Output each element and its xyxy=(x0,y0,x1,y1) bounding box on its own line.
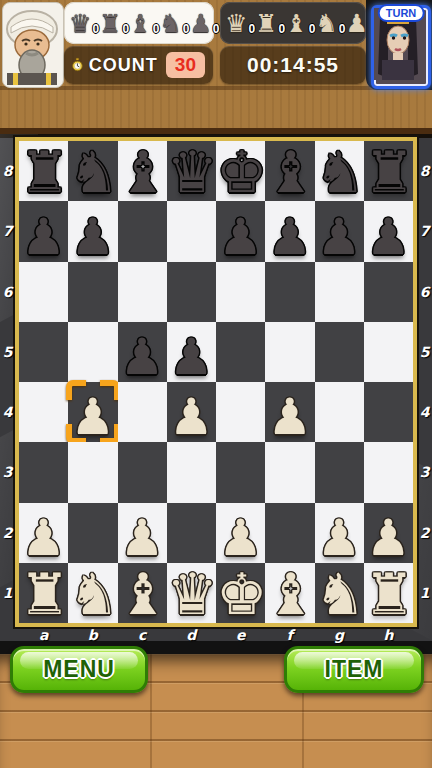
square-a6[interactable] xyxy=(19,262,68,322)
file-labels: abcdefgh xyxy=(19,627,413,643)
square-d1[interactable]: ♛ xyxy=(167,563,216,623)
square-d3[interactable] xyxy=(167,442,216,502)
item-button-label: ITEM xyxy=(325,656,384,683)
square-f4[interactable]: ♟ xyxy=(265,382,314,442)
square-d5[interactable]: ♟ xyxy=(167,322,216,382)
captured-bishop-count: 0 xyxy=(309,22,316,36)
square-a7[interactable]: ♟ xyxy=(19,201,68,261)
square-h8[interactable]: ♜ xyxy=(364,141,413,201)
square-e7[interactable]: ♟ xyxy=(216,201,265,261)
piece-black-rook[interactable]: ♜ xyxy=(364,144,413,201)
file-label-c: c xyxy=(118,627,167,643)
square-c8[interactable]: ♝ xyxy=(118,141,167,201)
square-f3[interactable] xyxy=(265,442,314,502)
file-label-g: g xyxy=(315,627,364,643)
captured-queen-counter: ♛0 xyxy=(225,11,255,36)
square-h4[interactable] xyxy=(364,382,413,442)
piece-white-rook[interactable]: ♜ xyxy=(19,566,68,623)
square-g6[interactable] xyxy=(315,262,364,322)
chess-game-screen: ♜♞♝♛♚♝♞♜♟♟♟♟♟♟♟♟♟♟♟♟♟♟♟♟♜♞♝♛♚♝♞♜ 8765432… xyxy=(0,0,432,768)
captured-rook-counter: ♜0 xyxy=(99,11,129,36)
square-b6[interactable] xyxy=(68,262,117,322)
captured-knight-count: 0 xyxy=(183,22,190,36)
queen-icon: ♛ xyxy=(69,11,91,36)
piece-black-rook[interactable]: ♜ xyxy=(19,144,68,201)
square-h2[interactable]: ♟ xyxy=(364,503,413,563)
square-f8[interactable]: ♝ xyxy=(265,141,314,201)
rank-label-3: 3 xyxy=(0,442,15,502)
piece-white-pawn[interactable]: ♟ xyxy=(19,513,68,563)
knight-icon: ♞ xyxy=(315,11,337,36)
rank-label-5: 5 xyxy=(0,322,15,382)
file-label-e: e xyxy=(216,627,265,643)
file-label-b: b xyxy=(68,627,117,643)
rank-label-2: 2 xyxy=(417,503,432,563)
square-e6[interactable] xyxy=(216,262,265,322)
piece-white-rook[interactable]: ♜ xyxy=(364,566,413,623)
piece-black-pawn[interactable]: ♟ xyxy=(167,332,216,382)
rank-label-5: 5 xyxy=(417,322,432,382)
captured-knight-count: 0 xyxy=(339,22,346,36)
highlight-corner xyxy=(100,424,120,444)
bishop-icon: ♝ xyxy=(129,11,151,36)
square-b7[interactable]: ♟ xyxy=(68,201,117,261)
file-label-f: f xyxy=(265,627,314,643)
count-label: COUNT xyxy=(89,55,158,76)
square-c3[interactable] xyxy=(118,442,167,502)
square-g5[interactable] xyxy=(315,322,364,382)
square-a3[interactable] xyxy=(19,442,68,502)
piece-white-queen[interactable]: ♛ xyxy=(167,566,216,623)
turn-badge: TURN xyxy=(378,4,425,22)
piece-black-pawn[interactable]: ♟ xyxy=(19,212,68,262)
rank-label-4: 4 xyxy=(0,382,15,442)
piece-white-pawn[interactable]: ♟ xyxy=(167,392,216,442)
black-player-panel: TURN xyxy=(366,0,432,90)
captured-black-pieces-tray: ♛0♜0♝0♞0♟0 xyxy=(64,2,214,44)
piece-black-knight[interactable]: ♞ xyxy=(68,144,117,201)
piece-black-knight[interactable]: ♞ xyxy=(315,144,364,201)
square-e5[interactable] xyxy=(216,322,265,382)
square-h5[interactable] xyxy=(364,322,413,382)
piece-white-pawn[interactable]: ♟ xyxy=(315,513,364,563)
highlight-corner xyxy=(100,380,120,400)
square-c6[interactable] xyxy=(118,262,167,322)
square-f2[interactable] xyxy=(265,503,314,563)
queen-icon: ♛ xyxy=(225,11,247,36)
square-e2[interactable]: ♟ xyxy=(216,503,265,563)
rank-labels-right: 87654321 xyxy=(417,141,432,623)
rank-label-7: 7 xyxy=(0,201,15,261)
captured-queen-count: 0 xyxy=(248,22,255,36)
menu-button-label: MENU xyxy=(43,656,115,683)
piece-white-bishop[interactable]: ♝ xyxy=(118,566,167,623)
file-label-d: d xyxy=(167,627,216,643)
square-a8[interactable]: ♜ xyxy=(19,141,68,201)
piece-black-bishop[interactable]: ♝ xyxy=(118,144,167,201)
square-d8[interactable]: ♛ xyxy=(167,141,216,201)
captured-rook-count: 0 xyxy=(279,22,286,36)
square-b1[interactable]: ♞ xyxy=(68,563,117,623)
square-e8[interactable]: ♚ xyxy=(216,141,265,201)
knight-icon: ♞ xyxy=(159,11,181,36)
square-d2[interactable] xyxy=(167,503,216,563)
square-f5[interactable] xyxy=(265,322,314,382)
square-g3[interactable] xyxy=(315,442,364,502)
square-d6[interactable] xyxy=(167,262,216,322)
square-g2[interactable]: ♟ xyxy=(315,503,364,563)
rank-label-7: 7 xyxy=(417,201,432,261)
square-d7[interactable] xyxy=(167,201,216,261)
square-g4[interactable] xyxy=(315,382,364,442)
stopwatch-icon xyxy=(72,50,83,80)
square-g1[interactable]: ♞ xyxy=(315,563,364,623)
square-d4[interactable]: ♟ xyxy=(167,382,216,442)
count-chip: 30 xyxy=(166,52,205,78)
selected-square-highlight xyxy=(66,380,119,444)
file-label-a: a xyxy=(19,627,68,643)
piece-black-pawn[interactable]: ♟ xyxy=(265,212,314,262)
piece-black-pawn[interactable]: ♟ xyxy=(364,212,413,262)
square-f1[interactable]: ♝ xyxy=(265,563,314,623)
square-g7[interactable]: ♟ xyxy=(315,201,364,261)
move-count-panel: COUNT 30 xyxy=(64,46,213,84)
item-button[interactable]: ITEM xyxy=(284,646,424,693)
piece-black-queen[interactable]: ♛ xyxy=(167,144,216,201)
square-a2[interactable]: ♟ xyxy=(19,503,68,563)
square-h7[interactable]: ♟ xyxy=(364,201,413,261)
pawn-icon: ♟ xyxy=(345,11,367,36)
game-clock-panel: 00:14:55 xyxy=(220,46,366,84)
rank-label-4: 4 xyxy=(417,382,432,442)
square-h6[interactable] xyxy=(364,262,413,322)
square-e4[interactable] xyxy=(216,382,265,442)
rank-label-1: 1 xyxy=(417,563,432,623)
square-a5[interactable] xyxy=(19,322,68,382)
square-g8[interactable]: ♞ xyxy=(315,141,364,201)
piece-white-knight[interactable]: ♞ xyxy=(68,566,117,623)
chess-board[interactable]: ♜♞♝♛♚♝♞♜♟♟♟♟♟♟♟♟♟♟♟♟♟♟♟♟♜♞♝♛♚♝♞♜ xyxy=(19,141,413,623)
captured-knight-counter: ♞0 xyxy=(315,11,345,36)
piece-white-pawn[interactable]: ♟ xyxy=(364,513,413,563)
piece-white-pawn[interactable]: ♟ xyxy=(216,513,265,563)
rank-label-2: 2 xyxy=(0,503,15,563)
pawn-icon: ♟ xyxy=(189,11,211,36)
rank-label-6: 6 xyxy=(417,262,432,322)
captured-rook-counter: ♜0 xyxy=(255,11,285,36)
square-c5[interactable]: ♟ xyxy=(118,322,167,382)
rook-icon: ♜ xyxy=(99,11,121,36)
piece-black-pawn[interactable]: ♟ xyxy=(216,212,265,262)
rank-label-8: 8 xyxy=(0,141,15,201)
captured-queen-counter: ♛0 xyxy=(69,11,99,36)
square-b5[interactable] xyxy=(68,322,117,382)
square-c1[interactable]: ♝ xyxy=(118,563,167,623)
square-c7[interactable] xyxy=(118,201,167,261)
piece-white-king[interactable]: ♚ xyxy=(216,566,265,623)
captured-bishop-counter: ♝0 xyxy=(129,11,159,36)
white-player-avatar[interactable] xyxy=(2,2,64,88)
captured-pawn-counter: ♟0 xyxy=(189,11,219,36)
square-b8[interactable]: ♞ xyxy=(68,141,117,201)
square-a1[interactable]: ♜ xyxy=(19,563,68,623)
square-b4[interactable]: ♟ xyxy=(68,382,117,442)
piece-white-bishop[interactable]: ♝ xyxy=(265,566,314,623)
square-a4[interactable] xyxy=(19,382,68,442)
piece-black-king[interactable]: ♚ xyxy=(216,144,265,201)
captured-knight-counter: ♞0 xyxy=(159,11,189,36)
square-h1[interactable]: ♜ xyxy=(364,563,413,623)
captured-rook-count: 0 xyxy=(123,22,130,36)
square-b3[interactable] xyxy=(68,442,117,502)
captured-bishop-count: 0 xyxy=(153,22,160,36)
square-c2[interactable]: ♟ xyxy=(118,503,167,563)
count-value: 30 xyxy=(175,54,196,75)
square-e3[interactable] xyxy=(216,442,265,502)
captured-pawn-count: 0 xyxy=(213,22,220,36)
highlight-corner xyxy=(66,424,86,444)
captured-queen-count: 0 xyxy=(92,22,99,36)
file-label-h: h xyxy=(364,627,413,643)
piece-black-pawn[interactable]: ♟ xyxy=(68,212,117,262)
rank-label-1: 1 xyxy=(0,563,15,623)
black-player-avatar[interactable]: TURN xyxy=(371,5,431,89)
square-f7[interactable]: ♟ xyxy=(265,201,314,261)
rank-label-6: 6 xyxy=(0,262,15,322)
square-c4[interactable] xyxy=(118,382,167,442)
rook-icon: ♜ xyxy=(255,11,277,36)
rank-label-3: 3 xyxy=(417,442,432,502)
captured-white-pieces-tray: ♛0♜0♝0♞0♟0 xyxy=(220,2,366,44)
menu-button[interactable]: MENU xyxy=(10,646,148,693)
rank-label-8: 8 xyxy=(417,141,432,201)
highlight-corner xyxy=(66,380,86,400)
game-clock-time: 00:14:55 xyxy=(247,53,339,77)
piece-white-knight[interactable]: ♞ xyxy=(315,566,364,623)
square-e1[interactable]: ♚ xyxy=(216,563,265,623)
captured-bishop-counter: ♝0 xyxy=(285,11,315,36)
square-f6[interactable] xyxy=(265,262,314,322)
piece-black-pawn[interactable]: ♟ xyxy=(118,332,167,382)
piece-white-pawn[interactable]: ♟ xyxy=(118,513,167,563)
piece-white-pawn[interactable]: ♟ xyxy=(265,392,314,442)
rank-labels-left: 87654321 xyxy=(0,141,15,623)
piece-black-pawn[interactable]: ♟ xyxy=(315,212,364,262)
old-man-portrait-icon xyxy=(3,3,61,85)
square-b2[interactable] xyxy=(68,503,117,563)
square-h3[interactable] xyxy=(364,442,413,502)
piece-black-bishop[interactable]: ♝ xyxy=(265,144,314,201)
bishop-icon: ♝ xyxy=(285,11,307,36)
